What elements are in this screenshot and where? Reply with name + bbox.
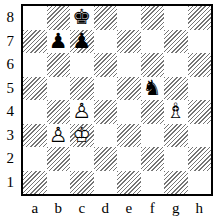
square-h2[interactable] <box>188 147 212 171</box>
rank-labels: 87654321 <box>0 6 18 194</box>
black-king-glyph: ♚ <box>70 6 94 30</box>
square-c6[interactable] <box>70 53 94 77</box>
white-bishop-glyph: ♗ <box>164 100 188 124</box>
square-a3[interactable] <box>23 124 47 148</box>
square-c8[interactable]: ♚ <box>70 6 94 30</box>
rank-label-4: 4 <box>0 100 18 124</box>
square-g4[interactable]: ♝♗ <box>164 100 188 124</box>
square-e2[interactable] <box>117 147 141 171</box>
square-f2[interactable] <box>141 147 165 171</box>
white-king-glyph: ♔ <box>70 124 94 148</box>
square-h7[interactable] <box>188 30 212 54</box>
white-bishop-piece: ♝♗ <box>164 100 188 124</box>
square-b8[interactable] <box>47 6 71 30</box>
file-label-f: f <box>141 197 165 219</box>
square-f4[interactable] <box>141 100 165 124</box>
square-f6[interactable] <box>141 53 165 77</box>
chess-diagram: 87654321 ♚♟♟♞♟♙♝♗♟♙♚♔ abcdefgh <box>0 0 220 221</box>
square-f5[interactable]: ♞ <box>141 77 165 101</box>
square-d4[interactable] <box>94 100 118 124</box>
square-e4[interactable] <box>117 100 141 124</box>
square-g7[interactable] <box>164 30 188 54</box>
square-a1[interactable] <box>23 171 47 195</box>
square-d5[interactable] <box>94 77 118 101</box>
square-g8[interactable] <box>164 6 188 30</box>
square-g1[interactable] <box>164 171 188 195</box>
black-knight-glyph: ♞ <box>141 77 165 101</box>
rank-label-7: 7 <box>0 30 18 54</box>
square-h4[interactable] <box>188 100 212 124</box>
file-label-c: c <box>70 197 94 219</box>
rank-label-5: 5 <box>0 77 18 101</box>
chess-board: ♚♟♟♞♟♙♝♗♟♙♚♔ <box>21 4 213 196</box>
square-c4[interactable]: ♟♙ <box>70 100 94 124</box>
file-label-d: d <box>94 197 118 219</box>
square-a6[interactable] <box>23 53 47 77</box>
square-e6[interactable] <box>117 53 141 77</box>
square-h5[interactable] <box>188 77 212 101</box>
square-b5[interactable] <box>47 77 71 101</box>
square-f1[interactable] <box>141 171 165 195</box>
square-g5[interactable] <box>164 77 188 101</box>
square-a4[interactable] <box>23 100 47 124</box>
square-e1[interactable] <box>117 171 141 195</box>
square-c1[interactable] <box>70 171 94 195</box>
rank-label-1: 1 <box>0 171 18 195</box>
square-d1[interactable] <box>94 171 118 195</box>
square-e5[interactable] <box>117 77 141 101</box>
rank-label-2: 2 <box>0 147 18 171</box>
square-b1[interactable] <box>47 171 71 195</box>
square-f3[interactable] <box>141 124 165 148</box>
square-e3[interactable] <box>117 124 141 148</box>
square-e7[interactable] <box>117 30 141 54</box>
square-b6[interactable] <box>47 53 71 77</box>
white-king-piece: ♚♔ <box>70 124 94 148</box>
file-label-b: b <box>47 197 71 219</box>
square-d3[interactable] <box>94 124 118 148</box>
square-h8[interactable] <box>188 6 212 30</box>
square-e8[interactable] <box>117 6 141 30</box>
black-pawn-glyph: ♟ <box>47 30 71 54</box>
file-label-h: h <box>188 197 212 219</box>
square-g2[interactable] <box>164 147 188 171</box>
square-a2[interactable] <box>23 147 47 171</box>
square-c2[interactable] <box>70 147 94 171</box>
white-pawn-glyph: ♙ <box>47 124 71 148</box>
square-a7[interactable] <box>23 30 47 54</box>
square-b4[interactable] <box>47 100 71 124</box>
square-d8[interactable] <box>94 6 118 30</box>
square-a8[interactable] <box>23 6 47 30</box>
black-king-piece: ♚ <box>70 6 94 30</box>
black-pawn-piece: ♟ <box>70 30 94 54</box>
black-knight-piece: ♞ <box>141 77 165 101</box>
black-pawn-piece: ♟ <box>47 30 71 54</box>
square-b3[interactable]: ♟♙ <box>47 124 71 148</box>
rank-label-6: 6 <box>0 53 18 77</box>
square-c7[interactable]: ♟ <box>70 30 94 54</box>
square-g6[interactable] <box>164 53 188 77</box>
white-pawn-piece: ♟♙ <box>70 100 94 124</box>
square-d7[interactable] <box>94 30 118 54</box>
file-labels: abcdefgh <box>23 197 211 219</box>
square-f8[interactable] <box>141 6 165 30</box>
square-b7[interactable]: ♟ <box>47 30 71 54</box>
rank-label-3: 3 <box>0 124 18 148</box>
square-c5[interactable] <box>70 77 94 101</box>
square-c3[interactable]: ♚♔ <box>70 124 94 148</box>
square-d6[interactable] <box>94 53 118 77</box>
black-pawn-glyph: ♟ <box>70 30 94 54</box>
white-pawn-piece: ♟♙ <box>47 124 71 148</box>
file-label-e: e <box>117 197 141 219</box>
square-h3[interactable] <box>188 124 212 148</box>
square-h1[interactable] <box>188 171 212 195</box>
rank-label-8: 8 <box>0 6 18 30</box>
square-d2[interactable] <box>94 147 118 171</box>
file-label-a: a <box>23 197 47 219</box>
square-f7[interactable] <box>141 30 165 54</box>
square-a5[interactable] <box>23 77 47 101</box>
white-pawn-glyph: ♙ <box>70 100 94 124</box>
square-b2[interactable] <box>47 147 71 171</box>
file-label-g: g <box>164 197 188 219</box>
square-g3[interactable] <box>164 124 188 148</box>
square-h6[interactable] <box>188 53 212 77</box>
